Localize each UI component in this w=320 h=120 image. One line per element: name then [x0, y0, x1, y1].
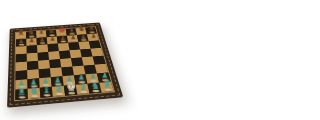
board-grid: ♜♞♝♛♚♝♞♜♟♟♟♟♟♟♟♟♟♟♟♟♟♟♟♟♜♞♝♛♚♝♞♜	[15, 27, 113, 100]
piece-base	[50, 41, 56, 43]
near-bishop: ♝	[77, 82, 89, 93]
near-bishop: ♝	[40, 85, 52, 96]
far-pawn: ♟	[78, 34, 88, 42]
square-f7: ♟	[67, 35, 79, 43]
far-pawn: ♟	[47, 36, 57, 44]
square-b1: ♞	[28, 88, 41, 99]
square-b5	[27, 53, 38, 62]
piece-base	[18, 44, 24, 46]
square-d7: ♟	[47, 36, 58, 44]
far-pawn: ♟	[88, 33, 98, 40]
square-h7: ♟	[87, 34, 99, 42]
far-pawn: ♟	[26, 37, 36, 45]
board-frame: ♜♞♝♛♚♝♞♜♟♟♟♟♟♟♟♟♟♟♟♟♟♟♟♟♜♞♝♛♚♝♞♜	[7, 22, 120, 107]
piece-base	[81, 39, 87, 41]
piece-base	[68, 92, 75, 94]
chess-set-photo: ♜♞♝♛♚♝♞♜♟♟♟♟♟♟♟♟♟♟♟♟♟♟♟♟♜♞♝♛♚♝♞♜	[0, 0, 120, 120]
near-rook: ♜	[15, 87, 27, 98]
piece-base	[60, 41, 66, 43]
piece-base	[104, 89, 111, 91]
piece-base	[18, 96, 25, 98]
piece-base	[91, 38, 97, 40]
far-pawn: ♟	[58, 35, 68, 43]
far-pawn: ♟	[37, 36, 47, 44]
square-c7: ♟	[37, 37, 48, 45]
square-c5	[37, 52, 49, 61]
square-g4	[82, 56, 95, 65]
piece-base	[92, 90, 99, 92]
square-b6	[26, 45, 37, 53]
piece-base	[70, 40, 76, 42]
square-a7: ♟	[16, 39, 27, 47]
near-queen: ♛	[53, 84, 65, 95]
square-d5	[48, 51, 60, 60]
near-knight: ♞	[89, 81, 101, 92]
piece-base	[39, 42, 45, 44]
square-f1: ♝	[76, 84, 90, 95]
near-knight: ♞	[28, 86, 40, 97]
piece-base	[56, 93, 63, 95]
piece-base	[80, 91, 87, 93]
near-king: ♚	[65, 82, 77, 94]
far-pawn: ♟	[16, 38, 26, 46]
square-c6	[37, 44, 48, 52]
far-pawn: ♟	[68, 34, 78, 42]
square-a1: ♜	[15, 89, 28, 100]
piece-base	[43, 94, 50, 96]
piece-base	[31, 95, 38, 97]
square-c1: ♝	[40, 87, 53, 98]
piece-base	[29, 43, 35, 45]
near-rook: ♜	[101, 80, 113, 91]
chess-board: ♜♞♝♛♚♝♞♜♟♟♟♟♟♟♟♟♟♟♟♟♟♟♟♟♜♞♝♛♚♝♞♜	[7, 22, 120, 107]
square-g7: ♟	[77, 34, 89, 42]
square-e7: ♟	[57, 36, 68, 44]
square-b7: ♟	[26, 38, 37, 46]
square-e1: ♚	[64, 85, 78, 96]
square-g1: ♞	[87, 83, 101, 94]
square-d1: ♛	[52, 86, 65, 97]
